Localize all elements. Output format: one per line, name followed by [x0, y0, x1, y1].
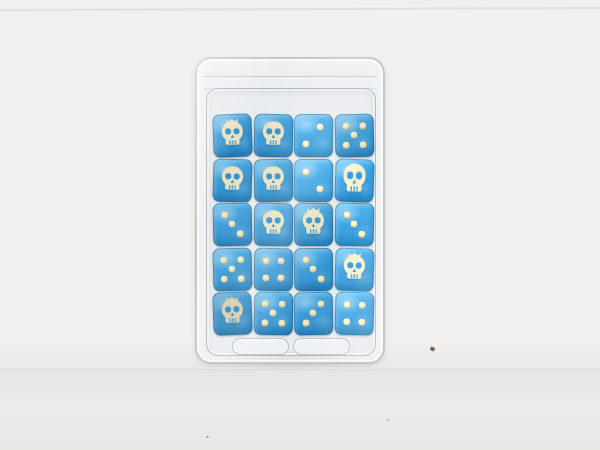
die-skull: [253, 114, 292, 157]
photo-scene: [0, 0, 600, 450]
pip: [310, 310, 317, 317]
pip-face: [212, 247, 252, 291]
pip-face: [253, 248, 292, 291]
die-3-pips: [294, 292, 333, 335]
skull-icon: [216, 295, 248, 333]
empty-compartment: [212, 336, 368, 355]
die-3-pips: [334, 203, 373, 246]
die-skull-crowned: [294, 203, 333, 246]
pip: [261, 274, 268, 281]
skull-icon: [216, 116, 248, 154]
pip: [343, 301, 350, 308]
die-skull: [253, 203, 292, 246]
die-skull: [334, 158, 374, 202]
debris-speck: [387, 419, 389, 421]
skull-icon: [216, 161, 248, 198]
pip: [278, 320, 285, 327]
pip: [317, 185, 324, 192]
skull-icon: [257, 117, 289, 154]
pip: [342, 141, 349, 148]
die-2-pips: [294, 158, 333, 201]
pip-face: [213, 203, 252, 246]
pip: [358, 302, 365, 309]
pip: [229, 266, 236, 273]
pip: [261, 319, 268, 326]
background-lower-surface: [0, 369, 600, 450]
pip-face: [334, 203, 373, 246]
pip: [359, 141, 366, 148]
pip: [269, 310, 276, 317]
pip: [277, 257, 284, 264]
pip-face: [294, 248, 333, 291]
die-4-pips: [334, 292, 374, 336]
pip: [261, 301, 268, 308]
pip: [221, 212, 228, 219]
pip: [343, 211, 350, 218]
die-skull: [253, 158, 292, 201]
skull-icon: [298, 206, 329, 243]
pip: [303, 168, 310, 175]
die-skull-crowned: [212, 113, 252, 157]
debris-speck: [206, 436, 209, 438]
pip-face: [294, 158, 333, 201]
skull-icon: [257, 206, 288, 243]
pip: [302, 256, 309, 263]
pip: [303, 140, 310, 147]
dice-grid: [213, 114, 373, 335]
pip: [262, 257, 269, 264]
pip: [358, 122, 365, 129]
pip: [342, 318, 349, 325]
pip: [302, 320, 309, 327]
die-4-pips: [253, 248, 292, 291]
die-5-pips: [212, 247, 252, 291]
background-seam-line: [0, 7, 600, 11]
pip: [317, 123, 324, 130]
die-3-pips: [213, 203, 252, 246]
pip-face: [253, 292, 292, 335]
pip: [317, 275, 324, 282]
pip-face: [294, 114, 333, 157]
die-5-pips: [334, 114, 373, 157]
pip: [350, 221, 357, 228]
pip: [220, 275, 227, 282]
pip-face: [334, 292, 374, 336]
pip: [310, 266, 317, 273]
pip: [220, 256, 227, 263]
pip-face: [294, 292, 333, 335]
pip: [342, 123, 349, 130]
skull-icon: [257, 161, 288, 198]
plastic-crease: [203, 76, 377, 77]
die-skull: [212, 158, 252, 202]
pip: [277, 274, 284, 281]
pip: [237, 256, 244, 263]
die-skull-crowned: [334, 247, 374, 291]
pip-face: [334, 114, 373, 157]
skull-icon: [338, 250, 370, 288]
pip: [350, 132, 357, 139]
die-5-pips: [253, 292, 292, 335]
pip: [278, 301, 285, 308]
skull-icon: [337, 157, 371, 202]
tray-bump: [293, 338, 350, 355]
pip: [237, 230, 244, 237]
pip: [358, 230, 365, 237]
pip: [229, 221, 236, 228]
die-skull-crowned: [212, 292, 252, 336]
die-3-pips: [294, 248, 333, 291]
tray-bump: [232, 338, 289, 355]
die-2-pips: [294, 114, 333, 157]
pip: [237, 275, 244, 282]
pip: [358, 319, 365, 326]
pip: [317, 301, 324, 308]
